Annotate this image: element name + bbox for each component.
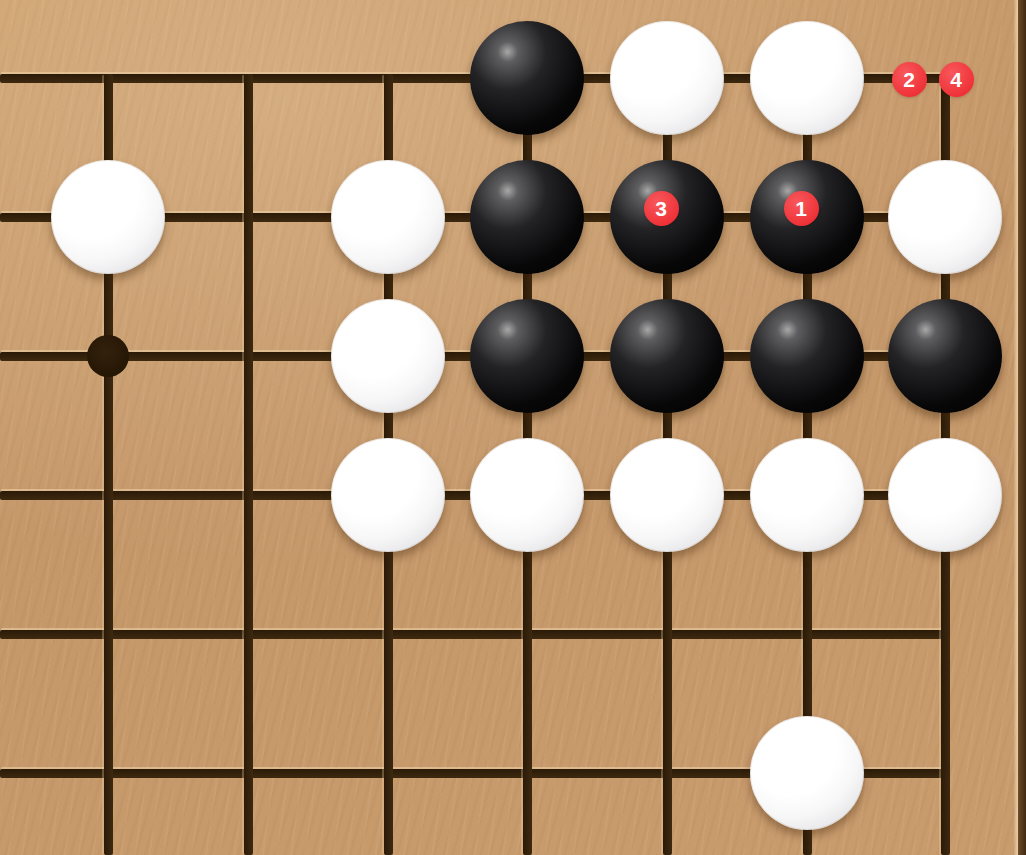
stone-black <box>888 299 1002 413</box>
board-edge-side <box>1018 0 1026 855</box>
move-number-label: 1 <box>784 191 819 226</box>
stone-black <box>470 299 584 413</box>
stone-white <box>51 160 165 274</box>
go-board[interactable]: 3124 <box>0 0 1026 855</box>
stone-white <box>888 160 1002 274</box>
move-number-label: 3 <box>644 191 679 226</box>
stone-white <box>331 160 445 274</box>
star-point <box>87 335 129 377</box>
stone-white <box>470 438 584 552</box>
stone-white <box>331 299 445 413</box>
stone-black <box>470 160 584 274</box>
stone-black <box>610 299 724 413</box>
stone-black <box>750 299 864 413</box>
stone-white <box>750 21 864 135</box>
stone-white <box>888 438 1002 552</box>
stone-white <box>750 716 864 830</box>
stone-white <box>750 438 864 552</box>
grid-vline <box>244 74 253 855</box>
stone-white <box>610 438 724 552</box>
stone-white <box>610 21 724 135</box>
move-number-label: 4 <box>939 62 974 97</box>
move-number-label: 2 <box>892 62 927 97</box>
stone-white <box>331 438 445 552</box>
stone-black <box>470 21 584 135</box>
